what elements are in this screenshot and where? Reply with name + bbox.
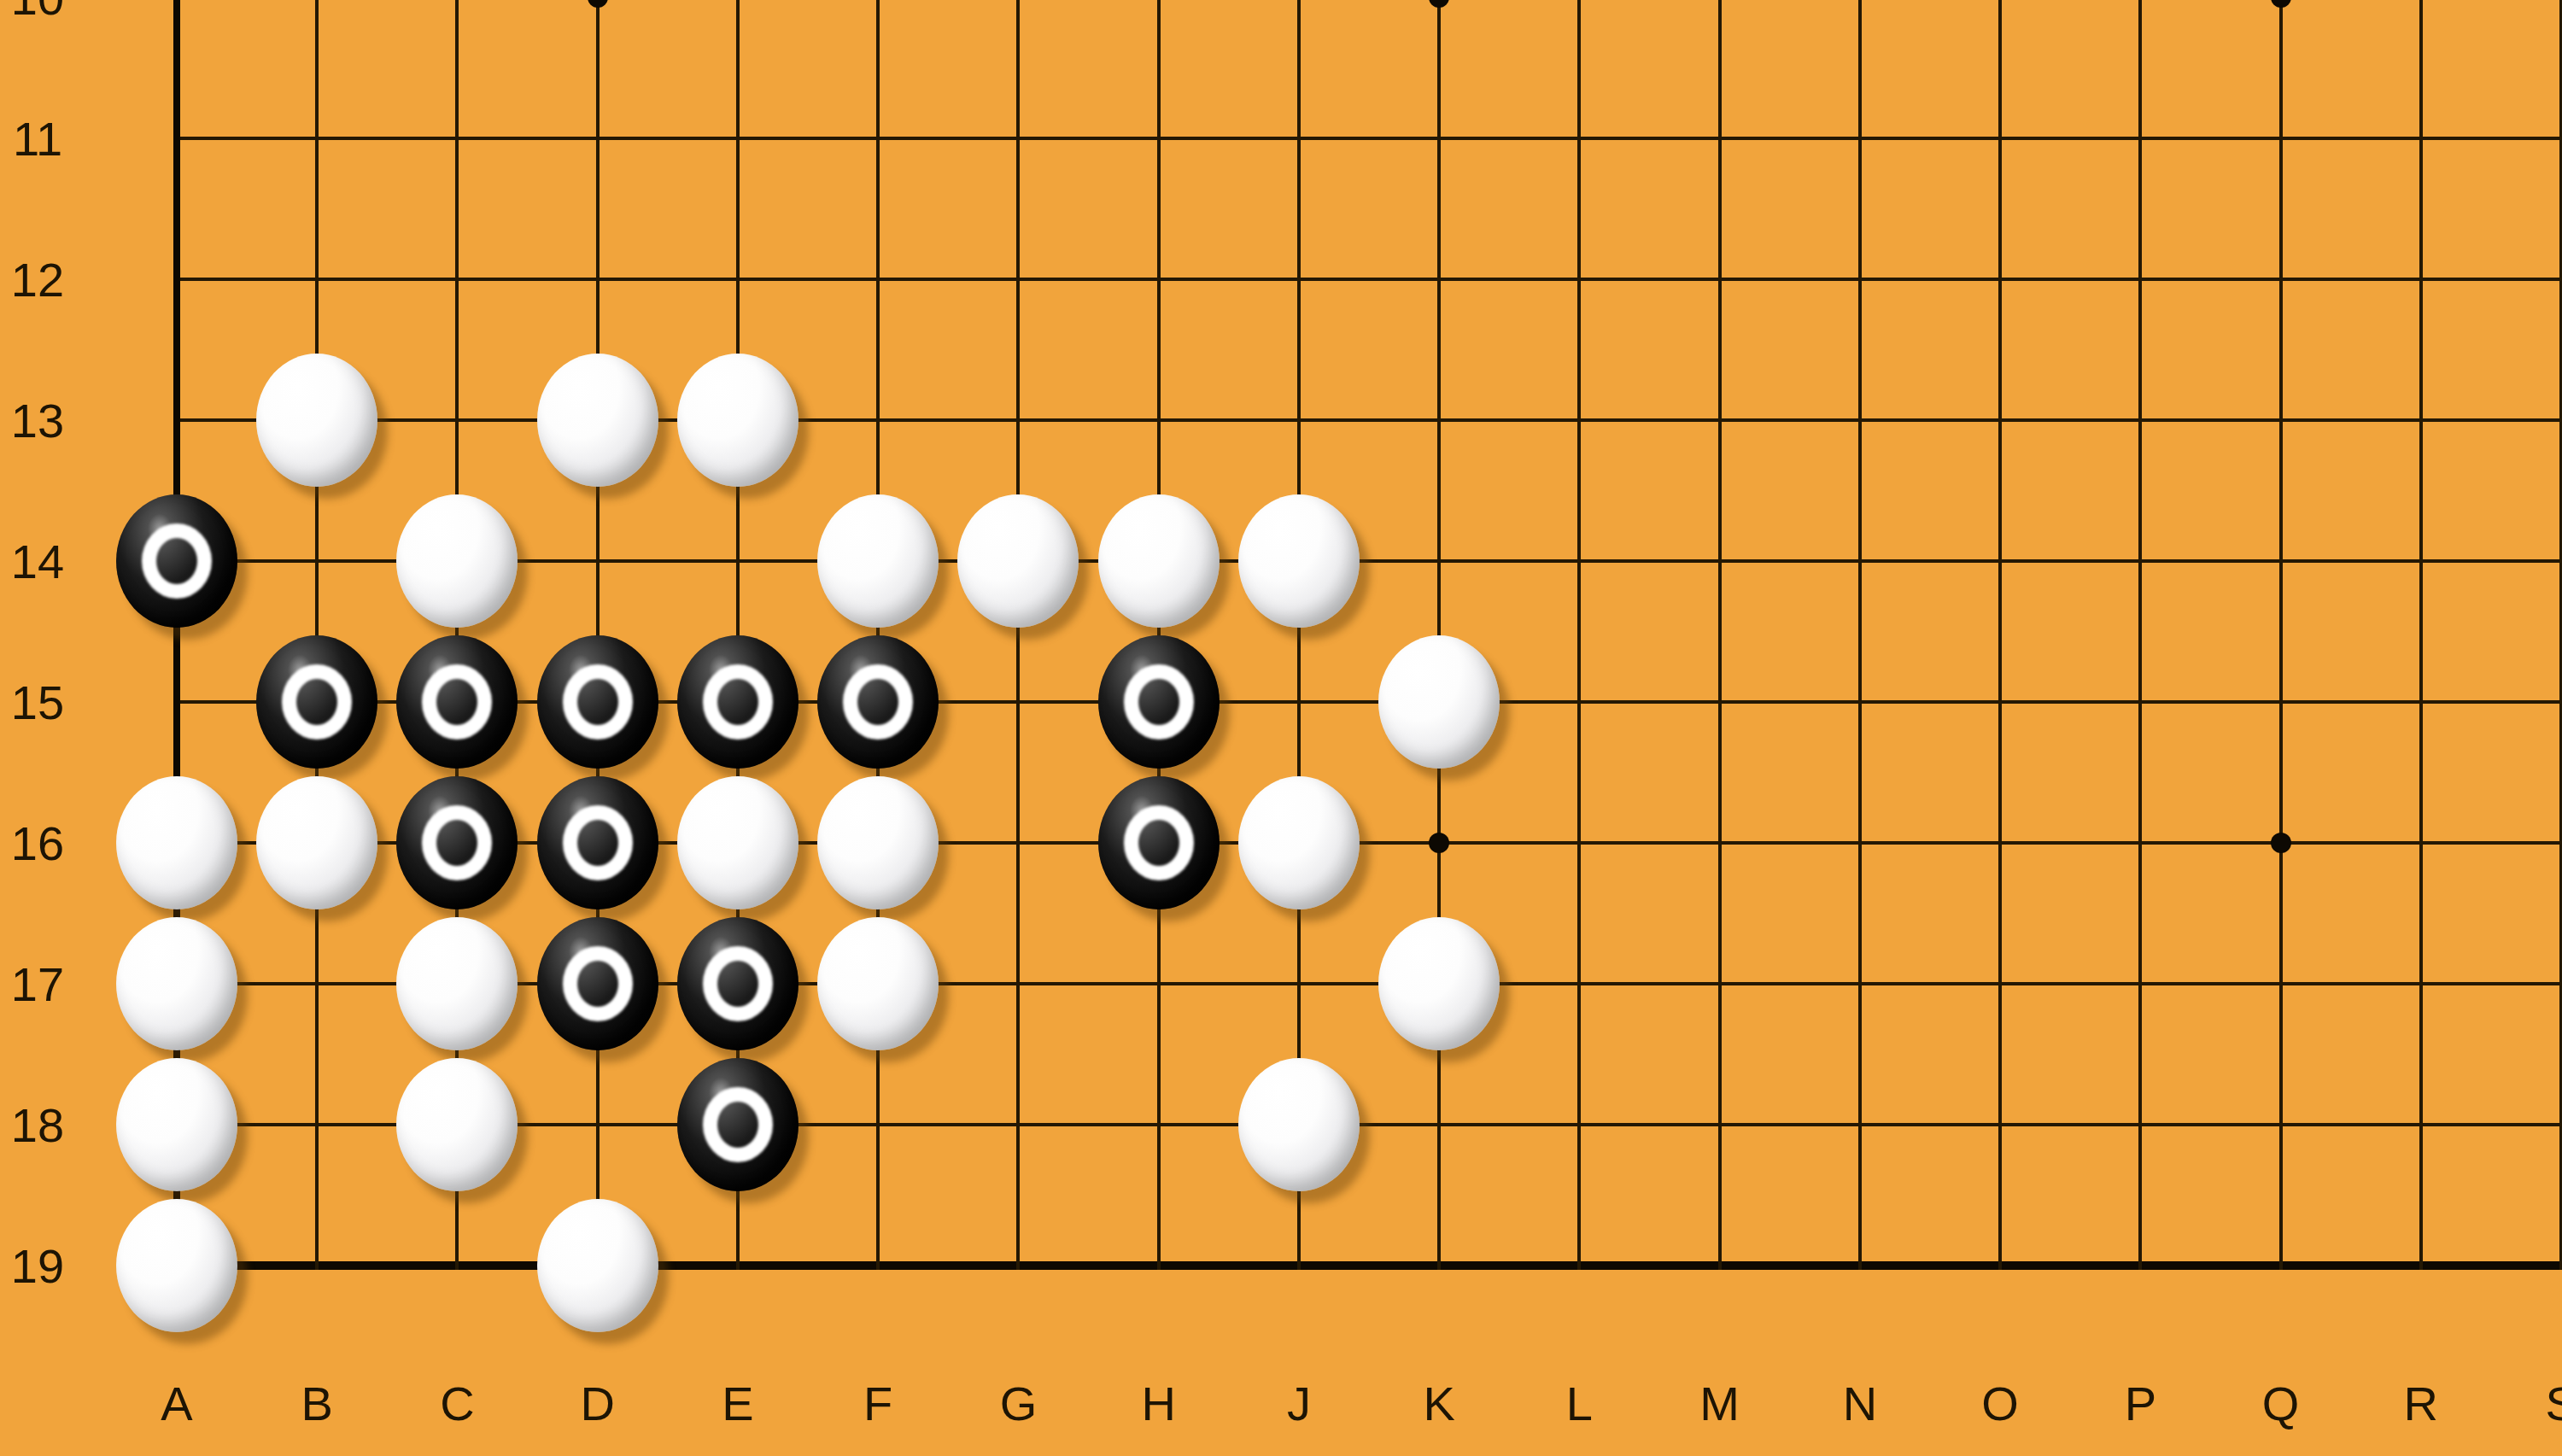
- star-point-Q10: [2271, 0, 2291, 8]
- column-label-D: D: [580, 1376, 614, 1431]
- row-label-13: 13: [11, 393, 64, 448]
- grid-vline-L: [1577, 0, 1581, 1270]
- white-stone-A18[interactable]: [116, 1058, 237, 1191]
- grid-hline-15: [173, 700, 2562, 704]
- black-stone-C15[interactable]: [396, 635, 518, 769]
- row-label-10: 10: [11, 0, 64, 26]
- column-label-F: F: [863, 1376, 892, 1431]
- circle-marker-icon: [703, 1087, 773, 1162]
- grid-hline-11: [173, 137, 2562, 140]
- grid-vline-M: [1718, 0, 1722, 1270]
- black-stone-B15[interactable]: [256, 635, 377, 769]
- column-label-B: B: [301, 1376, 333, 1431]
- column-label-N: N: [1843, 1376, 1877, 1431]
- white-stone-B13[interactable]: [256, 354, 377, 487]
- white-stone-F16[interactable]: [817, 776, 939, 909]
- circle-marker-icon: [422, 664, 492, 740]
- column-label-G: G: [1000, 1376, 1038, 1431]
- grid-hline-12: [173, 278, 2562, 281]
- circle-marker-icon: [563, 805, 633, 880]
- column-label-Q: Q: [2262, 1376, 2300, 1431]
- white-stone-K17[interactable]: [1378, 917, 1500, 1050]
- black-stone-E18[interactable]: [677, 1058, 798, 1191]
- white-stone-J14[interactable]: [1238, 494, 1360, 628]
- white-stone-F14[interactable]: [817, 494, 939, 628]
- grid-vline-G: [1016, 0, 1020, 1270]
- grid-hline-18: [173, 1123, 2562, 1126]
- circle-marker-icon: [422, 805, 492, 880]
- white-stone-C18[interactable]: [396, 1058, 518, 1191]
- circle-marker-icon: [843, 664, 913, 740]
- grid-vline-R: [2419, 0, 2423, 1270]
- white-stone-K15[interactable]: [1378, 635, 1500, 769]
- column-label-A: A: [161, 1376, 192, 1431]
- white-stone-H14[interactable]: [1098, 494, 1220, 628]
- column-label-H: H: [1141, 1376, 1175, 1431]
- white-stone-C14[interactable]: [396, 494, 518, 628]
- white-stone-E16[interactable]: [677, 776, 798, 909]
- circle-marker-icon: [703, 664, 773, 740]
- row-label-18: 18: [11, 1097, 64, 1153]
- black-stone-E17[interactable]: [677, 917, 798, 1050]
- grid-vline-Q: [2279, 0, 2283, 1270]
- black-stone-D15[interactable]: [537, 635, 658, 769]
- row-label-12: 12: [11, 252, 64, 307]
- circle-marker-icon: [703, 946, 773, 1021]
- row-label-16: 16: [11, 816, 64, 871]
- column-label-L: L: [1566, 1376, 1593, 1431]
- column-label-R: R: [2404, 1376, 2438, 1431]
- black-stone-H16[interactable]: [1098, 776, 1220, 909]
- circle-marker-icon: [142, 523, 212, 599]
- grid-vline-N: [1858, 0, 1862, 1270]
- column-label-C: C: [440, 1376, 474, 1431]
- white-stone-A19[interactable]: [116, 1199, 237, 1332]
- grid-hline-19: [173, 1261, 2562, 1270]
- white-stone-E13[interactable]: [677, 354, 798, 487]
- go-board: 10111213141516171819ABCDEFGHJKLMNOPQRS: [0, 0, 2562, 1456]
- grid-vline-P: [2138, 0, 2142, 1270]
- circle-marker-icon: [282, 664, 352, 740]
- circle-marker-icon: [1124, 805, 1194, 880]
- white-stone-B16[interactable]: [256, 776, 377, 909]
- star-point-Q16: [2271, 833, 2291, 853]
- grid-hline-17: [173, 982, 2562, 985]
- grid-vline-O: [1998, 0, 2002, 1270]
- white-stone-G14[interactable]: [957, 494, 1079, 628]
- column-label-S: S: [2545, 1376, 2562, 1431]
- grid-hline-14: [173, 559, 2562, 563]
- white-stone-J18[interactable]: [1238, 1058, 1360, 1191]
- star-point-K16: [1429, 833, 1449, 853]
- black-stone-F15[interactable]: [817, 635, 939, 769]
- black-stone-D16[interactable]: [537, 776, 658, 909]
- row-label-17: 17: [11, 956, 64, 1012]
- black-stone-D17[interactable]: [537, 917, 658, 1050]
- black-stone-H15[interactable]: [1098, 635, 1220, 769]
- white-stone-A17[interactable]: [116, 917, 237, 1050]
- black-stone-C16[interactable]: [396, 776, 518, 909]
- white-stone-J16[interactable]: [1238, 776, 1360, 909]
- white-stone-F17[interactable]: [817, 917, 939, 1050]
- circle-marker-icon: [563, 664, 633, 740]
- circle-marker-icon: [1124, 664, 1194, 740]
- white-stone-A16[interactable]: [116, 776, 237, 909]
- white-stone-D19[interactable]: [537, 1199, 658, 1332]
- column-label-K: K: [1423, 1376, 1454, 1431]
- black-stone-A14[interactable]: [116, 494, 237, 628]
- white-stone-C17[interactable]: [396, 917, 518, 1050]
- star-point-D10: [588, 0, 608, 8]
- circle-marker-icon: [563, 946, 633, 1021]
- grid-hline-16: [173, 841, 2562, 845]
- column-label-J: J: [1287, 1376, 1311, 1431]
- column-label-M: M: [1699, 1376, 1740, 1431]
- star-point-K10: [1429, 0, 1449, 8]
- row-label-15: 15: [11, 675, 64, 730]
- column-label-E: E: [722, 1376, 753, 1431]
- column-label-P: P: [2125, 1376, 2156, 1431]
- white-stone-D13[interactable]: [537, 354, 658, 487]
- row-label-14: 14: [11, 534, 64, 589]
- column-label-O: O: [1981, 1376, 2019, 1431]
- black-stone-E15[interactable]: [677, 635, 798, 769]
- grid-hline-13: [173, 418, 2562, 422]
- row-label-19: 19: [11, 1238, 64, 1294]
- row-label-11: 11: [13, 111, 62, 167]
